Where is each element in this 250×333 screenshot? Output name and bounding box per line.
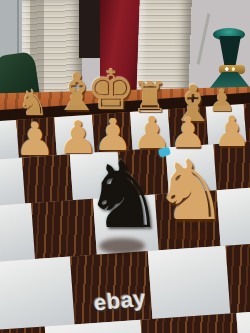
ebay-watermark: ebay	[93, 285, 148, 316]
black-knight-e4: ♞	[83, 150, 165, 242]
chess-set-photo: ♞♝♚♜♝♟♟♟♟♟♟♟♞♞ ebay	[0, 0, 250, 333]
pieces-layer: ♞♝♚♜♝♟♟♟♟♟♟♟♞♞	[0, 0, 250, 333]
white-pawn-b6: ♟	[15, 117, 55, 162]
